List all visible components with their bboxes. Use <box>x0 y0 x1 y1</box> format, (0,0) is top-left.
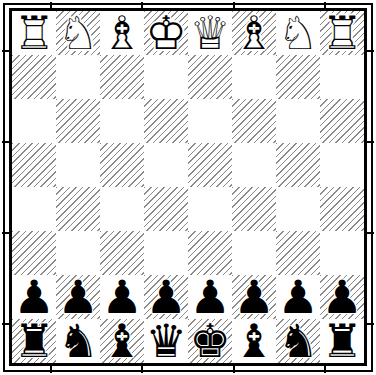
square-4-3[interactable] <box>100 143 144 187</box>
piece-solid: ♚ <box>188 319 232 363</box>
square-8-6[interactable]: ♝ <box>232 319 276 363</box>
square-6-4[interactable] <box>144 231 188 275</box>
square-3-3[interactable] <box>100 99 144 143</box>
square-6-3[interactable] <box>100 231 144 275</box>
piece-solid: ♟ <box>144 275 188 319</box>
white-knight-icon[interactable]: ♞♘ <box>276 11 320 55</box>
square-8-2[interactable]: ♞ <box>56 319 100 363</box>
black-pawn-icon[interactable]: ♟ <box>232 275 276 319</box>
square-5-1[interactable] <box>12 187 56 231</box>
square-6-5[interactable] <box>188 231 232 275</box>
square-8-5[interactable]: ♚ <box>188 319 232 363</box>
square-3-1[interactable] <box>12 99 56 143</box>
white-rook-icon[interactable]: ♜♖ <box>320 11 364 55</box>
square-5-4[interactable] <box>144 187 188 231</box>
square-8-4[interactable]: ♛ <box>144 319 188 363</box>
square-3-7[interactable] <box>276 99 320 143</box>
white-bishop-icon[interactable]: ♝♗ <box>232 11 276 55</box>
black-knight-icon[interactable]: ♞ <box>56 319 100 363</box>
white-king-icon[interactable]: ♚♔ <box>144 11 188 55</box>
square-7-7[interactable]: ♟ <box>276 275 320 319</box>
black-bishop-icon[interactable]: ♝ <box>232 319 276 363</box>
white-knight-icon[interactable]: ♞♘ <box>56 11 100 55</box>
piece-solid: ♜ <box>12 319 56 363</box>
black-pawn-icon[interactable]: ♟ <box>56 275 100 319</box>
piece-solid: ♜ <box>320 319 364 363</box>
square-3-4[interactable] <box>144 99 188 143</box>
white-rook-icon[interactable]: ♜♖ <box>12 11 56 55</box>
border-tick <box>2 232 9 234</box>
square-5-7[interactable] <box>276 187 320 231</box>
square-2-1[interactable] <box>12 55 56 99</box>
white-bishop-icon[interactable]: ♝♗ <box>100 11 144 55</box>
square-2-2[interactable] <box>56 55 100 99</box>
square-7-6[interactable]: ♟ <box>232 275 276 319</box>
black-pawn-icon[interactable]: ♟ <box>144 275 188 319</box>
piece-solid: ♝ <box>232 319 276 363</box>
square-7-8[interactable]: ♟ <box>320 275 364 319</box>
square-4-1[interactable] <box>12 143 56 187</box>
square-1-7[interactable]: ♞♘ <box>276 11 320 55</box>
black-pawn-icon[interactable]: ♟ <box>100 275 144 319</box>
black-rook-icon[interactable]: ♜ <box>320 319 364 363</box>
square-2-4[interactable] <box>144 55 188 99</box>
piece-solid: ♟ <box>188 275 232 319</box>
border-tick <box>367 232 374 234</box>
black-pawn-icon[interactable]: ♟ <box>320 275 364 319</box>
square-6-6[interactable] <box>232 231 276 275</box>
square-8-3[interactable]: ♝ <box>100 319 144 363</box>
black-queen-icon[interactable]: ♛ <box>144 319 188 363</box>
square-7-2[interactable]: ♟ <box>56 275 100 319</box>
piece-solid: ♛ <box>144 319 188 363</box>
chess-board: ♜♖♞♘♝♗♚♔♛♕♝♗♞♘♜♖♟♟♟♟♟♟♟♟♜♞♝♛♚♝♞♜ <box>12 11 364 363</box>
square-5-3[interactable] <box>100 187 144 231</box>
black-pawn-icon[interactable]: ♟ <box>12 275 56 319</box>
square-5-2[interactable] <box>56 187 100 231</box>
square-1-3[interactable]: ♝♗ <box>100 11 144 55</box>
square-2-7[interactable] <box>276 55 320 99</box>
square-4-6[interactable] <box>232 143 276 187</box>
square-4-5[interactable] <box>188 143 232 187</box>
square-7-5[interactable]: ♟ <box>188 275 232 319</box>
piece-solid: ♞ <box>56 319 100 363</box>
piece-solid: ♟ <box>320 275 364 319</box>
square-1-1[interactable]: ♜♖ <box>12 11 56 55</box>
border-tick <box>2 50 9 52</box>
piece-solid: ♞ <box>276 319 320 363</box>
piece-solid: ♟ <box>276 275 320 319</box>
piece-outline: ♗ <box>232 11 276 55</box>
square-2-5[interactable] <box>188 55 232 99</box>
square-1-2[interactable]: ♞♘ <box>56 11 100 55</box>
square-7-3[interactable]: ♟ <box>100 275 144 319</box>
piece-outline: ♖ <box>12 11 56 55</box>
black-knight-icon[interactable]: ♞ <box>276 319 320 363</box>
square-8-8[interactable]: ♜ <box>320 319 364 363</box>
square-8-7[interactable]: ♞ <box>276 319 320 363</box>
square-6-8[interactable] <box>320 231 364 275</box>
piece-solid: ♟ <box>12 275 56 319</box>
square-5-6[interactable] <box>232 187 276 231</box>
square-1-5[interactable]: ♛♕ <box>188 11 232 55</box>
square-3-6[interactable] <box>232 99 276 143</box>
border-tick <box>367 50 374 52</box>
piece-outline: ♕ <box>188 11 232 55</box>
board-frame: ♜♖♞♘♝♗♚♔♛♕♝♗♞♘♜♖♟♟♟♟♟♟♟♟♜♞♝♛♚♝♞♜ <box>9 8 367 366</box>
square-1-8[interactable]: ♜♖ <box>320 11 364 55</box>
square-4-4[interactable] <box>144 143 188 187</box>
square-2-8[interactable] <box>320 55 364 99</box>
square-8-1[interactable]: ♜ <box>12 319 56 363</box>
square-5-5[interactable] <box>188 187 232 231</box>
square-3-8[interactable] <box>320 99 364 143</box>
black-pawn-icon[interactable]: ♟ <box>276 275 320 319</box>
square-7-4[interactable]: ♟ <box>144 275 188 319</box>
square-2-6[interactable] <box>232 55 276 99</box>
square-3-2[interactable] <box>56 99 100 143</box>
piece-outline: ♖ <box>320 11 364 55</box>
square-3-5[interactable] <box>188 99 232 143</box>
square-4-2[interactable] <box>56 143 100 187</box>
black-pawn-icon[interactable]: ♟ <box>188 275 232 319</box>
border-tick <box>2 141 9 143</box>
square-1-4[interactable]: ♚♔ <box>144 11 188 55</box>
chess-diagram: ♜♖♞♘♝♗♚♔♛♕♝♗♞♘♜♖♟♟♟♟♟♟♟♟♜♞♝♛♚♝♞♜ <box>0 0 376 375</box>
piece-solid: ♟ <box>100 275 144 319</box>
square-5-8[interactable] <box>320 187 364 231</box>
border-tick <box>367 323 374 325</box>
square-4-7[interactable] <box>276 143 320 187</box>
black-bishop-icon[interactable]: ♝ <box>100 319 144 363</box>
square-6-2[interactable] <box>56 231 100 275</box>
square-6-1[interactable] <box>12 231 56 275</box>
piece-outline: ♘ <box>276 11 320 55</box>
piece-outline: ♘ <box>56 11 100 55</box>
square-7-1[interactable]: ♟ <box>12 275 56 319</box>
square-6-7[interactable] <box>276 231 320 275</box>
piece-solid: ♟ <box>56 275 100 319</box>
black-king-icon[interactable]: ♚ <box>188 319 232 363</box>
border-tick <box>2 323 9 325</box>
white-queen-icon[interactable]: ♛♕ <box>188 11 232 55</box>
square-4-8[interactable] <box>320 143 364 187</box>
square-2-3[interactable] <box>100 55 144 99</box>
piece-solid: ♟ <box>232 275 276 319</box>
piece-outline: ♔ <box>144 11 188 55</box>
border-tick <box>367 141 374 143</box>
black-rook-icon[interactable]: ♜ <box>12 319 56 363</box>
piece-solid: ♝ <box>100 319 144 363</box>
piece-outline: ♗ <box>100 11 144 55</box>
square-1-6[interactable]: ♝♗ <box>232 11 276 55</box>
